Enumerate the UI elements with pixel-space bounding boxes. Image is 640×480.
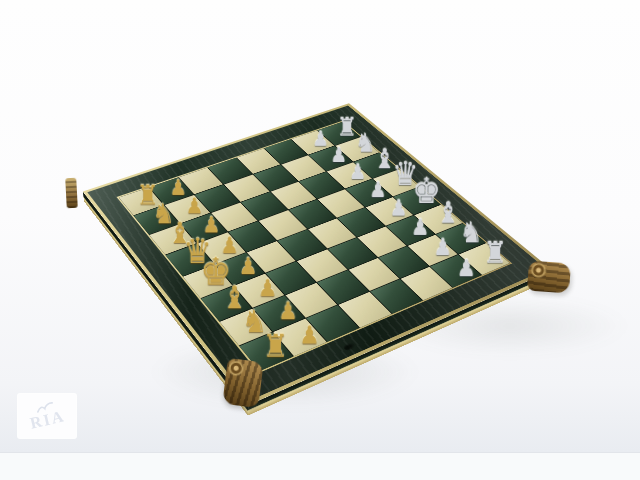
square-r6c5	[378, 246, 428, 278]
watermark: RIA	[18, 394, 76, 438]
watermark-inner: RIA	[27, 399, 67, 432]
chess-board: ♜♟♟♜♞♟♟♞♝♟♟♝♛♟♟♛♚♟♟♚♝♟♟♝♞♟♟♞♜♟♟♜	[83, 103, 552, 405]
piece-black-pawn: ♟	[425, 236, 461, 259]
photo-stage: ♜♟♟♜♞♟♟♞♝♟♟♝♛♟♟♛♚♟♟♚♝♟♟♝♞♟♟♞♜♟♟♜ RIA	[0, 0, 640, 480]
piece-white-pawn: ♟	[269, 299, 307, 323]
corner-foot-left	[65, 178, 78, 209]
corner-foot-right	[527, 261, 571, 294]
watermark-text: RIA	[29, 407, 67, 432]
piece-black-pawn: ♟	[448, 257, 485, 280]
maker-mark	[341, 341, 357, 352]
scene-3d: ♜♟♟♜♞♟♟♞♝♟♟♝♛♟♟♛♚♟♟♚♝♟♟♝♞♟♟♞♜♟♟♜	[0, 0, 640, 480]
piece-white-rook: ♜	[256, 331, 296, 363]
corner-foot-bottom	[222, 358, 263, 408]
piece-white-pawn: ♟	[290, 323, 329, 348]
